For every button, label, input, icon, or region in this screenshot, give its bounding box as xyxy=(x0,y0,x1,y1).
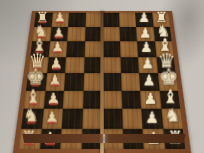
piece-red-pawn[interactable]: ♟ xyxy=(27,109,76,125)
chess-board: ♜♟♟♜♞♟♟♞♝♟♟♝♛♟♟♛♚♟♟♚♝♟♟♝♞♟♟♞♜♟♟♜ xyxy=(12,11,191,153)
chess-board-photo: ♜♟♟♜♞♟♟♞♝♟♟♝♛♟♟♛♚♟♟♚♝♟♟♝♞♟♟♞♜♟♟♜ xyxy=(0,0,204,153)
board-front-edge xyxy=(20,134,188,143)
piece-white-bishop[interactable]: ♝ xyxy=(147,87,194,106)
board-pieces: ♜♟♟♜♞♟♟♞♝♟♟♝♛♟♟♛♚♟♟♚♝♟♟♝♞♟♟♞♜♟♟♜ xyxy=(18,13,185,149)
piece-white-knight[interactable]: ♞ xyxy=(148,107,197,125)
hinge-gap-icon xyxy=(103,134,105,143)
